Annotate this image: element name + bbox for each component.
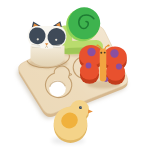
butterfly-antenna-tip-right [107, 44, 109, 46]
snail-shell [68, 7, 100, 39]
cat-right-eye [55, 39, 57, 41]
product-photo [0, 0, 150, 150]
butterfly-spot-4 [116, 63, 122, 69]
cat-left-eye [37, 38, 39, 40]
butterfly-spot-1 [87, 48, 95, 56]
butterfly-eye-left [100, 52, 102, 54]
butterfly-wing-lower-right [106, 63, 125, 81]
chick-eye [79, 106, 82, 109]
cat-piece [27, 21, 66, 66]
chick-eye-glint [81, 107, 82, 108]
butterfly-antenna-tip-left [96, 44, 98, 46]
chick-beak [88, 110, 93, 114]
butterfly-spot-3 [86, 63, 92, 69]
puzzle-scene [0, 0, 150, 150]
butterfly-piece [79, 44, 127, 84]
butterfly-eye-right [104, 52, 106, 54]
butterfly-spot-2 [110, 49, 118, 57]
